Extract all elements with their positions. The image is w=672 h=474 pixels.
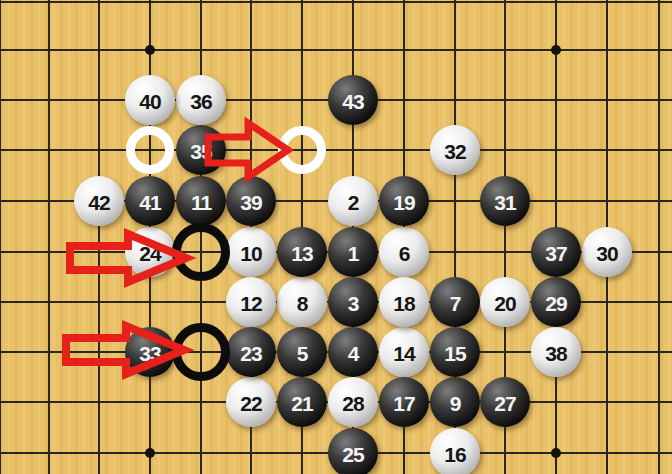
red-arrow-icon-2 [70, 234, 186, 282]
red-arrow-icon-3 [66, 326, 184, 374]
go-board[interactable]: 1234567891011121314151617181920212223242… [0, 0, 672, 474]
red-arrows [0, 0, 672, 474]
red-arrow-icon-1 [208, 123, 288, 177]
